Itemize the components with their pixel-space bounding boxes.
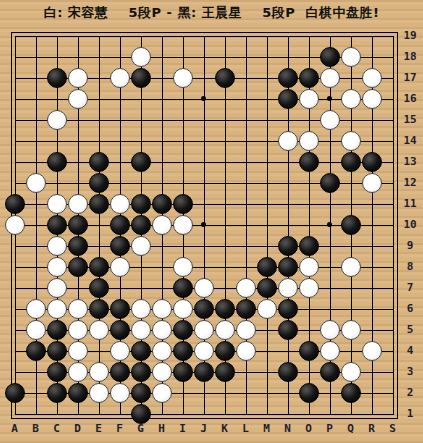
stone-white: [362, 173, 382, 193]
stone-white: [341, 320, 361, 340]
column-label: I: [172, 422, 193, 436]
stone-white: [110, 194, 130, 214]
stone-black: [89, 152, 109, 172]
stone-white: [47, 278, 67, 298]
stone-black: [173, 341, 193, 361]
stone-white: [68, 320, 88, 340]
stone-black: [110, 299, 130, 319]
stone-white: [110, 257, 130, 277]
go-game-viewer: 白: 宋容慧 5段P - 黑: 王晨星 5段P 白棋中盘胜! ABCDEFGHI…: [0, 0, 423, 443]
stone-black: [278, 236, 298, 256]
stone-white: [299, 131, 319, 151]
stone-white: [341, 131, 361, 151]
stone-black: [47, 341, 67, 361]
stone-white: [152, 215, 172, 235]
row-label: 6: [397, 298, 423, 319]
stone-white: [341, 257, 361, 277]
stone-white: [68, 68, 88, 88]
column-label: C: [46, 422, 67, 436]
stone-black: [152, 194, 172, 214]
stone-white: [26, 173, 46, 193]
row-label: 17: [397, 67, 423, 88]
column-label: H: [151, 422, 172, 436]
stone-black: [68, 236, 88, 256]
stone-white: [320, 68, 340, 88]
stone-black: [131, 341, 151, 361]
stone-white: [215, 320, 235, 340]
stone-white: [320, 320, 340, 340]
column-label: F: [109, 422, 130, 436]
stone-white: [5, 215, 25, 235]
stone-white: [110, 383, 130, 403]
stone-black: [341, 152, 361, 172]
star-point: [201, 222, 206, 227]
row-label: 3: [397, 361, 423, 382]
stone-black: [257, 278, 277, 298]
stone-black: [299, 68, 319, 88]
stone-black: [131, 362, 151, 382]
stone-black: [68, 215, 88, 235]
stone-white: [173, 299, 193, 319]
row-label: 18: [397, 46, 423, 67]
stone-white: [131, 299, 151, 319]
stone-black: [47, 215, 67, 235]
stone-black: [320, 47, 340, 67]
stone-black: [173, 362, 193, 382]
stone-black: [89, 299, 109, 319]
stone-white: [362, 68, 382, 88]
stone-white: [341, 47, 361, 67]
stone-white: [68, 299, 88, 319]
stone-black: [173, 320, 193, 340]
column-label: O: [298, 422, 319, 436]
stone-black: [278, 320, 298, 340]
stone-white: [236, 320, 256, 340]
row-label: 12: [397, 172, 423, 193]
stone-black: [236, 299, 256, 319]
stone-white: [152, 383, 172, 403]
star-point: [327, 96, 332, 101]
column-label: Q: [340, 422, 361, 436]
stone-black: [215, 362, 235, 382]
column-label: P: [319, 422, 340, 436]
stone-white: [236, 278, 256, 298]
stone-black: [131, 215, 151, 235]
row-label: 11: [397, 193, 423, 214]
stone-black: [320, 173, 340, 193]
stone-white: [47, 299, 67, 319]
stone-black: [68, 383, 88, 403]
stone-black: [257, 257, 277, 277]
stone-white: [341, 362, 361, 382]
stone-black: [131, 68, 151, 88]
game-info-header: 白: 宋容慧 5段P - 黑: 王晨星 5段P 白棋中盘胜!: [0, 4, 423, 22]
stone-black: [26, 341, 46, 361]
stone-white: [173, 257, 193, 277]
stone-white: [89, 320, 109, 340]
column-label: D: [67, 422, 88, 436]
stone-black: [341, 215, 361, 235]
row-label: 13: [397, 151, 423, 172]
stone-white: [89, 362, 109, 382]
stone-black: [89, 194, 109, 214]
stone-black: [131, 404, 151, 424]
stone-black: [131, 383, 151, 403]
row-label: 14: [397, 130, 423, 151]
stone-white: [89, 383, 109, 403]
row-labels: 19181716151413121110987654321: [397, 25, 423, 424]
stone-white: [68, 194, 88, 214]
stone-black: [47, 362, 67, 382]
stone-black: [89, 173, 109, 193]
stone-black: [194, 299, 214, 319]
stone-black: [299, 383, 319, 403]
stone-white: [236, 341, 256, 361]
stone-black: [110, 362, 130, 382]
stone-black: [47, 68, 67, 88]
row-label: 2: [397, 382, 423, 403]
stone-white: [173, 215, 193, 235]
stone-white: [278, 131, 298, 151]
stone-white: [173, 68, 193, 88]
stone-black: [131, 194, 151, 214]
stone-white: [194, 278, 214, 298]
stone-black: [215, 68, 235, 88]
stone-white: [68, 341, 88, 361]
star-point: [327, 222, 332, 227]
stone-white: [362, 89, 382, 109]
row-label: 8: [397, 256, 423, 277]
column-label: L: [235, 422, 256, 436]
stone-white: [47, 236, 67, 256]
stone-black: [47, 320, 67, 340]
stone-white: [320, 341, 340, 361]
row-label: 9: [397, 235, 423, 256]
stone-white: [320, 110, 340, 130]
row-label: 15: [397, 109, 423, 130]
stone-white: [341, 89, 361, 109]
column-label: G: [130, 422, 151, 436]
row-label: 1: [397, 403, 423, 424]
stone-black: [110, 236, 130, 256]
stone-white: [110, 341, 130, 361]
stone-black: [341, 383, 361, 403]
stone-white: [152, 362, 172, 382]
row-label: 19: [397, 25, 423, 46]
stone-black: [131, 152, 151, 172]
stone-black: [173, 278, 193, 298]
stone-black: [215, 341, 235, 361]
stone-black: [110, 320, 130, 340]
stone-black: [47, 152, 67, 172]
stone-white: [47, 194, 67, 214]
stone-white: [194, 320, 214, 340]
row-label: 16: [397, 88, 423, 109]
stone-black: [299, 152, 319, 172]
stone-white: [110, 68, 130, 88]
column-label: S: [382, 422, 403, 436]
stone-black: [320, 362, 340, 382]
stone-black: [278, 299, 298, 319]
stone-white: [68, 89, 88, 109]
stone-white: [47, 110, 67, 130]
stone-white: [26, 320, 46, 340]
column-label: E: [88, 422, 109, 436]
column-label: N: [277, 422, 298, 436]
stone-black: [278, 257, 298, 277]
column-label: J: [193, 422, 214, 436]
star-point: [201, 96, 206, 101]
stone-black: [215, 299, 235, 319]
stone-white: [299, 278, 319, 298]
stone-white: [68, 362, 88, 382]
stone-white: [362, 341, 382, 361]
stone-white: [131, 320, 151, 340]
stone-white: [152, 341, 172, 361]
stone-white: [131, 236, 151, 256]
stone-black: [299, 341, 319, 361]
stone-white: [299, 89, 319, 109]
row-label: 10: [397, 214, 423, 235]
column-label: M: [256, 422, 277, 436]
column-label: K: [214, 422, 235, 436]
stone-black: [5, 383, 25, 403]
stone-black: [89, 257, 109, 277]
row-label: 7: [397, 277, 423, 298]
goban[interactable]: [4, 25, 403, 424]
stone-white: [299, 257, 319, 277]
stone-black: [194, 362, 214, 382]
stone-white: [131, 47, 151, 67]
stone-black: [173, 194, 193, 214]
stone-black: [278, 362, 298, 382]
stone-black: [278, 68, 298, 88]
stone-black: [278, 89, 298, 109]
stone-black: [89, 278, 109, 298]
column-label: B: [25, 422, 46, 436]
stone-black: [5, 194, 25, 214]
stone-white: [278, 278, 298, 298]
column-label: A: [4, 422, 25, 436]
stone-white: [47, 257, 67, 277]
stone-black: [110, 215, 130, 235]
row-label: 5: [397, 319, 423, 340]
stone-black: [299, 236, 319, 256]
stone-black: [68, 257, 88, 277]
row-label: 4: [397, 340, 423, 361]
column-labels: ABCDEFGHIJKLMNOPQRS: [4, 422, 403, 436]
stone-white: [194, 341, 214, 361]
stone-white: [152, 299, 172, 319]
column-label: R: [361, 422, 382, 436]
stone-black: [362, 152, 382, 172]
stone-white: [26, 299, 46, 319]
stone-black: [47, 383, 67, 403]
stone-white: [152, 320, 172, 340]
stone-white: [257, 299, 277, 319]
